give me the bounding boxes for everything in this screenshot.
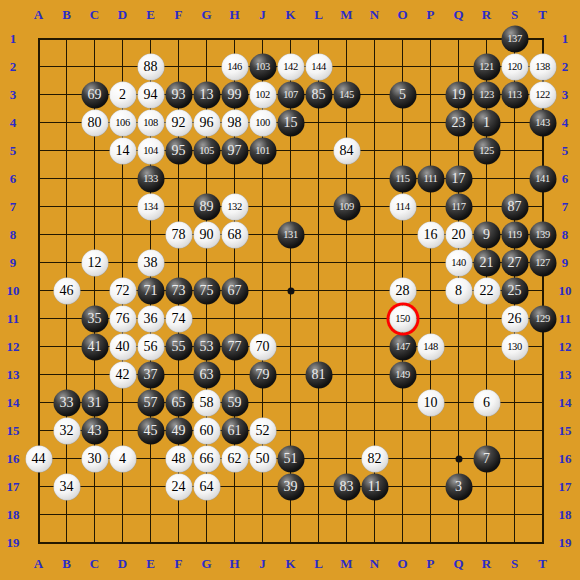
- row-label-left-2: 2: [10, 59, 17, 75]
- stone-white-42-D13: 42: [109, 361, 136, 388]
- row-label-left-9: 9: [10, 255, 17, 271]
- row-label-left-16: 16: [7, 451, 20, 467]
- stone-black-85-L3: 85: [305, 81, 332, 108]
- stone-black-69-C3: 69: [81, 81, 108, 108]
- row-label-left-11: 11: [7, 311, 19, 327]
- stone-white-16-P8: 16: [417, 221, 444, 248]
- column-label-top-K: K: [285, 7, 295, 23]
- grid-line-horizontal: [38, 542, 544, 544]
- stone-white-82-N16: 82: [361, 445, 388, 472]
- stone-white-30-C16: 30: [81, 445, 108, 472]
- stone-black-43-C15: 43: [81, 417, 108, 444]
- column-label-top-F: F: [175, 7, 183, 23]
- stone-white-96-G4: 96: [193, 109, 220, 136]
- stone-white-38-E9: 38: [137, 249, 164, 276]
- stone-black-9-R8: 9: [473, 221, 500, 248]
- stone-white-22-R10: 22: [473, 277, 500, 304]
- row-label-right-18: 18: [559, 507, 572, 523]
- row-label-right-9: 9: [562, 255, 569, 271]
- stone-white-144-L2: 144: [305, 53, 332, 80]
- stone-white-14-D5: 14: [109, 137, 136, 164]
- stone-black-45-E15: 45: [137, 417, 164, 444]
- stone-white-122-T3: 122: [529, 81, 556, 108]
- stone-white-68-H8: 68: [221, 221, 248, 248]
- stone-white-76-D11: 76: [109, 305, 136, 332]
- stone-black-105-G5: 105: [193, 137, 220, 164]
- stone-white-78-F8: 78: [165, 221, 192, 248]
- row-label-right-16: 16: [559, 451, 572, 467]
- stone-white-98-H4: 98: [221, 109, 248, 136]
- column-label-top-N: N: [370, 7, 379, 23]
- stone-black-17-Q6: 17: [445, 165, 472, 192]
- stone-white-56-E12: 56: [137, 333, 164, 360]
- row-label-left-1: 1: [10, 31, 17, 47]
- stone-black-19-Q3: 19: [445, 81, 472, 108]
- stone-black-61-H15: 61: [221, 417, 248, 444]
- column-label-bottom-J: J: [259, 556, 266, 572]
- stone-white-88-E2: 88: [137, 53, 164, 80]
- stone-black-93-F3: 93: [165, 81, 192, 108]
- stone-white-108-E4: 108: [137, 109, 164, 136]
- column-label-bottom-O: O: [397, 556, 407, 572]
- stone-white-58-G14: 58: [193, 389, 220, 416]
- stone-black-113-S3: 113: [501, 81, 528, 108]
- column-label-top-T: T: [538, 7, 547, 23]
- column-label-top-E: E: [146, 7, 155, 23]
- column-label-bottom-N: N: [370, 556, 379, 572]
- star-point: [287, 287, 294, 294]
- stone-white-20-Q8: 20: [445, 221, 472, 248]
- stone-black-67-H10: 67: [221, 277, 248, 304]
- row-label-left-17: 17: [7, 479, 20, 495]
- stone-white-148-P12: 148: [417, 333, 444, 360]
- stone-black-117-Q7: 117: [445, 193, 472, 220]
- stone-white-32-B15: 32: [53, 417, 80, 444]
- row-label-right-14: 14: [559, 395, 572, 411]
- stone-white-70-J12: 70: [249, 333, 276, 360]
- row-label-right-10: 10: [559, 283, 572, 299]
- column-label-top-B: B: [62, 7, 71, 23]
- stone-white-52-J15: 52: [249, 417, 276, 444]
- column-label-top-G: G: [201, 7, 211, 23]
- stone-white-34-B17: 34: [53, 473, 80, 500]
- stone-black-89-G7: 89: [193, 193, 220, 220]
- stone-white-130-S12: 130: [501, 333, 528, 360]
- row-label-right-4: 4: [562, 115, 569, 131]
- stone-white-48-F16: 48: [165, 445, 192, 472]
- stone-black-81-L13: 81: [305, 361, 332, 388]
- stone-black-141-T6: 141: [529, 165, 556, 192]
- star-point: [455, 455, 462, 462]
- stone-black-139-T8: 139: [529, 221, 556, 248]
- stone-black-7-R16: 7: [473, 445, 500, 472]
- stone-black-111-P6: 111: [417, 165, 444, 192]
- stone-white-80-C4: 80: [81, 109, 108, 136]
- row-label-left-4: 4: [10, 115, 17, 131]
- grid-line-horizontal: [38, 402, 544, 403]
- column-label-bottom-F: F: [175, 556, 183, 572]
- row-label-right-1: 1: [562, 31, 569, 47]
- column-label-bottom-R: R: [482, 556, 491, 572]
- stone-white-64-G17: 64: [193, 473, 220, 500]
- stone-white-74-F11: 74: [165, 305, 192, 332]
- stone-white-24-F17: 24: [165, 473, 192, 500]
- row-label-left-8: 8: [10, 227, 17, 243]
- stone-black-95-F5: 95: [165, 137, 192, 164]
- column-label-top-J: J: [259, 7, 266, 23]
- stone-white-100-J4: 100: [249, 109, 276, 136]
- stone-black-25-S10: 25: [501, 277, 528, 304]
- stone-black-103-J2: 103: [249, 53, 276, 80]
- stone-white-146-H2: 146: [221, 53, 248, 80]
- column-label-bottom-D: D: [118, 556, 127, 572]
- column-label-bottom-A: A: [34, 556, 43, 572]
- row-label-right-3: 3: [562, 87, 569, 103]
- row-label-left-6: 6: [10, 171, 17, 187]
- stone-white-120-S2: 120: [501, 53, 528, 80]
- stone-black-1-R4: 1: [473, 109, 500, 136]
- stone-black-55-F12: 55: [165, 333, 192, 360]
- stone-white-8-Q10: 8: [445, 277, 472, 304]
- column-label-bottom-L: L: [314, 556, 323, 572]
- stone-black-5-O3: 5: [389, 81, 416, 108]
- row-label-left-10: 10: [7, 283, 20, 299]
- row-label-right-12: 12: [559, 339, 572, 355]
- column-label-bottom-E: E: [146, 556, 155, 572]
- stone-white-106-D4: 106: [109, 109, 136, 136]
- stone-black-65-F14: 65: [165, 389, 192, 416]
- stone-black-129-T11: 129: [529, 305, 556, 332]
- stone-black-79-J13: 79: [249, 361, 276, 388]
- row-label-left-18: 18: [7, 507, 20, 523]
- stone-white-150-O11: 150: [389, 305, 416, 332]
- row-label-left-3: 3: [10, 87, 17, 103]
- row-label-right-15: 15: [559, 423, 572, 439]
- go-game-screen: AABBCCDDEEFFGGHHJJKKLLMMNNOOPPQQRRSSTT11…: [0, 0, 580, 580]
- stone-black-35-C11: 35: [81, 305, 108, 332]
- stone-black-121-R2: 121: [473, 53, 500, 80]
- stone-black-75-G10: 75: [193, 277, 220, 304]
- stone-black-71-E10: 71: [137, 277, 164, 304]
- row-label-left-14: 14: [7, 395, 20, 411]
- stone-white-60-G15: 60: [193, 417, 220, 444]
- stone-black-149-O13: 149: [389, 361, 416, 388]
- stone-black-115-O6: 115: [389, 165, 416, 192]
- row-label-right-13: 13: [559, 367, 572, 383]
- stone-black-27-S9: 27: [501, 249, 528, 276]
- stone-white-6-R14: 6: [473, 389, 500, 416]
- stone-black-39-K17: 39: [277, 473, 304, 500]
- column-label-top-Q: Q: [453, 7, 463, 23]
- grid-line-horizontal: [38, 514, 544, 515]
- column-label-top-S: S: [511, 7, 518, 23]
- stone-white-132-H7: 132: [221, 193, 248, 220]
- stone-black-127-T9: 127: [529, 249, 556, 276]
- stone-black-97-H5: 97: [221, 137, 248, 164]
- stone-black-15-K4: 15: [277, 109, 304, 136]
- column-label-bottom-G: G: [201, 556, 211, 572]
- stone-black-37-E13: 37: [137, 361, 164, 388]
- stone-black-99-H3: 99: [221, 81, 248, 108]
- column-label-bottom-Q: Q: [453, 556, 463, 572]
- stone-white-10-P14: 10: [417, 389, 444, 416]
- stone-black-87-S7: 87: [501, 193, 528, 220]
- row-label-right-2: 2: [562, 59, 569, 75]
- row-label-right-11: 11: [559, 311, 571, 327]
- stone-black-59-H14: 59: [221, 389, 248, 416]
- stone-white-84-M5: 84: [333, 137, 360, 164]
- stone-black-73-F10: 73: [165, 277, 192, 304]
- column-label-top-P: P: [427, 7, 435, 23]
- stone-white-28-O10: 28: [389, 277, 416, 304]
- stone-black-145-M3: 145: [333, 81, 360, 108]
- stone-white-2-D3: 2: [109, 81, 136, 108]
- stone-black-107-K3: 107: [277, 81, 304, 108]
- stone-white-36-E11: 36: [137, 305, 164, 332]
- stone-white-142-K2: 142: [277, 53, 304, 80]
- row-label-right-17: 17: [559, 479, 572, 495]
- row-label-right-5: 5: [562, 143, 569, 159]
- stone-white-12-C9: 12: [81, 249, 108, 276]
- stone-black-83-M17: 83: [333, 473, 360, 500]
- stone-white-104-E5: 104: [137, 137, 164, 164]
- stone-black-13-G3: 13: [193, 81, 220, 108]
- column-label-bottom-C: C: [90, 556, 99, 572]
- stone-white-4-D16: 4: [109, 445, 136, 472]
- stone-black-125-R5: 125: [473, 137, 500, 164]
- row-label-left-15: 15: [7, 423, 20, 439]
- stone-black-63-G13: 63: [193, 361, 220, 388]
- stone-white-94-E3: 94: [137, 81, 164, 108]
- stone-white-66-G16: 66: [193, 445, 220, 472]
- column-label-top-R: R: [482, 7, 491, 23]
- stone-black-23-Q4: 23: [445, 109, 472, 136]
- stone-black-31-C14: 31: [81, 389, 108, 416]
- stone-white-92-F4: 92: [165, 109, 192, 136]
- stone-black-51-K16: 51: [277, 445, 304, 472]
- row-label-left-12: 12: [7, 339, 20, 355]
- stone-black-11-N17: 11: [361, 473, 388, 500]
- stone-white-62-H16: 62: [221, 445, 248, 472]
- stone-black-41-C12: 41: [81, 333, 108, 360]
- stone-black-123-R3: 123: [473, 81, 500, 108]
- grid-line-vertical: [430, 38, 431, 544]
- stone-black-119-S8: 119: [501, 221, 528, 248]
- row-label-left-7: 7: [10, 199, 17, 215]
- row-label-left-19: 19: [7, 535, 20, 551]
- stone-black-77-H12: 77: [221, 333, 248, 360]
- stone-black-57-E14: 57: [137, 389, 164, 416]
- stone-white-90-G8: 90: [193, 221, 220, 248]
- stone-white-138-T2: 138: [529, 53, 556, 80]
- column-label-bottom-P: P: [427, 556, 435, 572]
- stone-white-102-J3: 102: [249, 81, 276, 108]
- stone-black-33-B14: 33: [53, 389, 80, 416]
- column-label-top-D: D: [118, 7, 127, 23]
- stone-black-3-Q17: 3: [445, 473, 472, 500]
- row-label-left-5: 5: [10, 143, 17, 159]
- row-label-right-8: 8: [562, 227, 569, 243]
- stone-white-40-D12: 40: [109, 333, 136, 360]
- column-label-top-L: L: [314, 7, 323, 23]
- stone-white-140-Q9: 140: [445, 249, 472, 276]
- stone-white-26-S11: 26: [501, 305, 528, 332]
- stone-white-72-D10: 72: [109, 277, 136, 304]
- stone-black-137-S1: 137: [501, 25, 528, 52]
- column-label-top-O: O: [397, 7, 407, 23]
- column-label-bottom-K: K: [285, 556, 295, 572]
- column-label-bottom-B: B: [62, 556, 71, 572]
- column-label-top-M: M: [340, 7, 352, 23]
- row-label-left-13: 13: [7, 367, 20, 383]
- row-label-right-7: 7: [562, 199, 569, 215]
- column-label-top-A: A: [34, 7, 43, 23]
- grid-line-vertical: [318, 38, 319, 544]
- stone-white-114-O7: 114: [389, 193, 416, 220]
- column-label-bottom-S: S: [511, 556, 518, 572]
- stone-black-147-O12: 147: [389, 333, 416, 360]
- stone-black-143-T4: 143: [529, 109, 556, 136]
- grid-line-vertical: [346, 38, 347, 544]
- row-label-right-19: 19: [559, 535, 572, 551]
- stone-black-109-M7: 109: [333, 193, 360, 220]
- column-label-top-C: C: [90, 7, 99, 23]
- column-label-bottom-H: H: [229, 556, 239, 572]
- column-label-bottom-M: M: [340, 556, 352, 572]
- stone-white-46-B10: 46: [53, 277, 80, 304]
- stone-black-49-F15: 49: [165, 417, 192, 444]
- stone-white-134-E7: 134: [137, 193, 164, 220]
- stone-black-53-G12: 53: [193, 333, 220, 360]
- column-label-top-H: H: [229, 7, 239, 23]
- stone-black-101-J5: 101: [249, 137, 276, 164]
- grid-line-horizontal: [38, 430, 544, 431]
- stone-white-50-J16: 50: [249, 445, 276, 472]
- stone-white-44-A16: 44: [25, 445, 52, 472]
- stone-black-131-K8: 131: [277, 221, 304, 248]
- stone-black-21-R9: 21: [473, 249, 500, 276]
- go-board[interactable]: AABBCCDDEEFFGGHHJJKKLLMMNNOOPPQQRRSSTT11…: [0, 0, 580, 580]
- column-label-bottom-T: T: [538, 556, 547, 572]
- stone-black-133-E6: 133: [137, 165, 164, 192]
- row-label-right-6: 6: [562, 171, 569, 187]
